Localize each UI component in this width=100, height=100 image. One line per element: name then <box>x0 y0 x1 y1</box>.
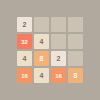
tile-4: 4 <box>34 68 49 83</box>
tile-2: 2 <box>51 51 66 66</box>
empty-cell <box>51 17 66 32</box>
tile-16: 16 <box>17 68 32 83</box>
tile-4: 4 <box>34 34 49 49</box>
tile-16: 16 <box>51 68 66 83</box>
empty-cell <box>68 17 83 32</box>
tile-2: 2 <box>17 17 32 32</box>
empty-cell <box>68 34 83 49</box>
empty-cell <box>34 17 49 32</box>
game-screen-2048: 2324482164168 <box>0 0 100 100</box>
empty-cell <box>68 51 83 66</box>
board-grid-2048: 2324482164168 <box>17 17 83 83</box>
tile-32: 32 <box>17 34 32 49</box>
tile-4: 4 <box>17 51 32 66</box>
empty-cell <box>51 34 66 49</box>
tile-8: 8 <box>34 51 49 66</box>
tile-8: 8 <box>68 68 83 83</box>
